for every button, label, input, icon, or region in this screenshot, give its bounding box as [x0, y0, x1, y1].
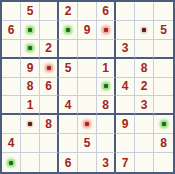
- cell-r5c7[interactable]: 4: [116, 78, 135, 97]
- given-digit: 4: [122, 80, 129, 92]
- cell-r9c8[interactable]: [135, 153, 154, 172]
- cell-r3c1[interactable]: [2, 40, 21, 59]
- green-marker-icon: [162, 122, 166, 126]
- cell-r5c2[interactable]: 8: [21, 78, 40, 97]
- given-digit: 9: [122, 118, 129, 130]
- cell-r6c5[interactable]: [78, 96, 97, 115]
- given-digit: 4: [65, 98, 72, 110]
- cell-r1c4[interactable]: 2: [59, 2, 78, 21]
- cell-r2c1[interactable]: 6: [2, 21, 21, 40]
- cell-r2c7[interactable]: [116, 21, 135, 40]
- given-digit: 5: [84, 137, 91, 149]
- cell-r4c4[interactable]: 5: [59, 59, 78, 78]
- given-digit: 5: [160, 23, 167, 35]
- cell-r7c7[interactable]: 9: [116, 115, 135, 134]
- cell-r6c7[interactable]: [116, 96, 135, 115]
- cell-r6c2[interactable]: 1: [21, 96, 40, 115]
- cell-r7c6[interactable]: [97, 115, 116, 134]
- cell-r1c9[interactable]: [154, 2, 173, 21]
- given-digit: 6: [102, 4, 109, 16]
- red-marker-icon: [47, 66, 51, 70]
- cell-r2c2[interactable]: [21, 21, 40, 40]
- given-digit: 2: [45, 42, 52, 54]
- cell-r7c1[interactable]: [2, 115, 21, 134]
- given-digit: 7: [122, 156, 129, 168]
- cell-r2c5[interactable]: 9: [78, 21, 97, 40]
- sudoku-board: 5266952395188642148389458637: [0, 0, 175, 174]
- cell-r5c5[interactable]: [78, 78, 97, 97]
- cell-r5c6[interactable]: [97, 78, 116, 97]
- cell-r7c4[interactable]: [59, 115, 78, 134]
- cell-r8c7[interactable]: [116, 134, 135, 153]
- cell-r5c3[interactable]: 6: [40, 78, 59, 97]
- cell-r4c8[interactable]: 8: [135, 59, 154, 78]
- green-marker-icon: [66, 28, 70, 32]
- given-digit: 2: [65, 4, 72, 16]
- given-digit: 9: [27, 61, 34, 73]
- given-digit: 8: [102, 98, 109, 110]
- given-digit: 1: [102, 61, 109, 73]
- cell-r3c7[interactable]: 3: [116, 40, 135, 59]
- cell-r7c9[interactable]: [154, 115, 173, 134]
- cell-r1c1[interactable]: [2, 2, 21, 21]
- cell-r4c3[interactable]: [40, 59, 59, 78]
- cell-r8c8[interactable]: [135, 134, 154, 153]
- cell-r4c7[interactable]: [116, 59, 135, 78]
- given-digit: 3: [102, 156, 109, 168]
- cell-r4c5[interactable]: [78, 59, 97, 78]
- given-digit: 8: [45, 118, 52, 130]
- cell-r8c3[interactable]: [40, 134, 59, 153]
- cell-r2c4[interactable]: [59, 21, 78, 40]
- cell-r8c6[interactable]: [97, 134, 116, 153]
- cell-r4c6[interactable]: 1: [97, 59, 116, 78]
- given-digit: 9: [84, 23, 91, 35]
- green-marker-icon: [28, 46, 32, 50]
- given-digit: 8: [27, 80, 34, 92]
- cell-r6c4[interactable]: 4: [59, 96, 78, 115]
- cell-r6c8[interactable]: 3: [135, 96, 154, 115]
- cell-r9c7[interactable]: 7: [116, 153, 135, 172]
- cell-r9c3[interactable]: [40, 153, 59, 172]
- cell-r4c9[interactable]: [154, 59, 173, 78]
- cell-r2c8[interactable]: [135, 21, 154, 40]
- cell-r9c4[interactable]: 6: [59, 153, 78, 172]
- darkred-marker-icon: [28, 122, 32, 126]
- cell-r1c8[interactable]: [135, 2, 154, 21]
- given-digit: 6: [8, 23, 15, 35]
- given-digit: 1: [27, 98, 34, 110]
- cell-r7c3[interactable]: 8: [40, 115, 59, 134]
- green-marker-icon: [104, 84, 108, 88]
- cell-r1c6[interactable]: 6: [97, 2, 116, 21]
- green-marker-icon: [9, 161, 13, 165]
- cell-r3c6[interactable]: [97, 40, 116, 59]
- cell-r8c2[interactable]: [21, 134, 40, 153]
- cell-r5c8[interactable]: 2: [135, 78, 154, 97]
- cell-r1c5[interactable]: [78, 2, 97, 21]
- red-marker-icon: [85, 122, 89, 126]
- cell-r7c8[interactable]: [135, 115, 154, 134]
- given-digit: 3: [122, 42, 129, 54]
- cell-r2c9[interactable]: 5: [154, 21, 173, 40]
- cell-r6c6[interactable]: 8: [97, 96, 116, 115]
- darkred-marker-icon: [142, 28, 146, 32]
- cell-r7c5[interactable]: [78, 115, 97, 134]
- given-digit: 3: [141, 98, 148, 110]
- cell-r6c1[interactable]: [2, 96, 21, 115]
- given-digit: 8: [160, 137, 167, 149]
- cell-r5c9[interactable]: [154, 78, 173, 97]
- given-digit: 4: [8, 137, 15, 149]
- given-digit: 6: [65, 156, 72, 168]
- cell-r9c2[interactable]: [21, 153, 40, 172]
- cell-r9c1[interactable]: [2, 153, 21, 172]
- cell-r3c3[interactable]: 2: [40, 40, 59, 59]
- cell-r3c8[interactable]: [135, 40, 154, 59]
- cell-r9c5[interactable]: [78, 153, 97, 172]
- cell-r2c3[interactable]: [40, 21, 59, 40]
- cell-r8c4[interactable]: [59, 134, 78, 153]
- given-digit: 6: [45, 80, 52, 92]
- cell-r8c1[interactable]: 4: [2, 134, 21, 153]
- cell-r4c1[interactable]: [2, 59, 21, 78]
- cell-r6c9[interactable]: [154, 96, 173, 115]
- cell-r3c4[interactable]: [59, 40, 78, 59]
- cell-r6c3[interactable]: [40, 96, 59, 115]
- cell-r7c2[interactable]: [21, 115, 40, 134]
- cell-r1c7[interactable]: [116, 2, 135, 21]
- cell-r2c6[interactable]: [97, 21, 116, 40]
- red-marker-icon: [104, 28, 108, 32]
- cell-r3c5[interactable]: [78, 40, 97, 59]
- given-digit: 2: [141, 80, 148, 92]
- cell-r1c3[interactable]: [40, 2, 59, 21]
- given-digit: 8: [141, 61, 148, 73]
- green-marker-icon: [28, 28, 32, 32]
- given-digit: 5: [27, 4, 34, 16]
- cell-r5c1[interactable]: [2, 78, 21, 97]
- cell-r9c9[interactable]: [154, 153, 173, 172]
- cell-r4c2[interactable]: 9: [21, 59, 40, 78]
- cell-r9c6[interactable]: 3: [97, 153, 116, 172]
- cell-r8c9[interactable]: 8: [154, 134, 173, 153]
- cell-r1c2[interactable]: 5: [21, 2, 40, 21]
- cell-r8c5[interactable]: 5: [78, 134, 97, 153]
- cell-r3c9[interactable]: [154, 40, 173, 59]
- cell-r5c4[interactable]: [59, 78, 78, 97]
- given-digit: 5: [65, 61, 72, 73]
- cell-r3c2[interactable]: [21, 40, 40, 59]
